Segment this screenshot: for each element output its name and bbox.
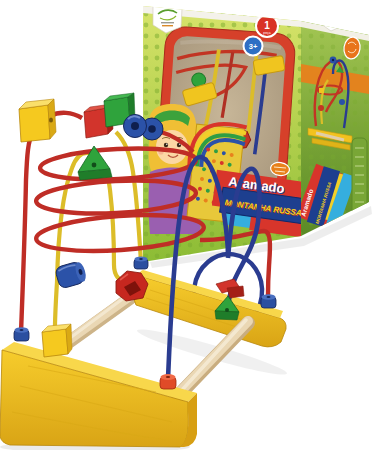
product-photo-scene: Aramado MONTANHA RUSSA — [0, 0, 373, 450]
age-badge-value: 3+ — [249, 42, 258, 51]
yellow-wire-strand2 — [116, 132, 141, 262]
scene-svg: Aramado MONTANHA RUSSA — [0, 0, 373, 450]
blue-cap-right — [261, 294, 276, 308]
pieces-badge-label: peça — [263, 31, 270, 35]
box-side-face: Aramado MONTANHA RUSSA — [295, 10, 369, 236]
pieces-badge-value: 1 — [264, 20, 270, 31]
red-cap-front — [160, 374, 176, 389]
yellow-cube-bead — [19, 99, 56, 142]
base-yellow-cube-bead — [42, 324, 72, 357]
blue-cap-rail-left — [134, 256, 148, 269]
age-badge: 3+ — [244, 37, 263, 56]
pieces-badge: 1 peça — [256, 15, 278, 37]
blue-cap-left — [14, 327, 29, 341]
